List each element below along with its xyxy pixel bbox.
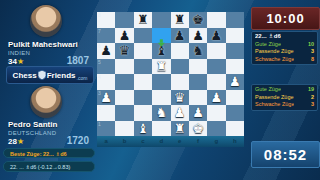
top-player-rating: 1807 [67,55,89,66]
piece-black-pawn-f7[interactable]: ♟ [189,28,207,44]
square-e5[interactable] [171,59,189,75]
bottom-player-stars: 28★ [8,137,24,146]
piece-black-king-f8[interactable]: ♚ [189,12,207,28]
stat-row-gute-z-ge: Gute Züge19 [252,86,317,94]
stat-row-passende-z-ge: Passende Züge3 [252,48,317,56]
bottom-player-rating: 1720 [67,135,89,146]
top-player-country: INDIEN [8,50,30,56]
square-g5[interactable] [207,59,225,75]
star-icon: ★ [17,137,24,146]
square-a5[interactable]: 5 [97,59,115,75]
stat-row-passende-z-ge: Passende Züge2 [252,94,317,102]
stream-screen: Pulkit Maheshwari INDIEN 34★ 1807 Chess … [0,0,320,180]
square-d7[interactable] [152,28,170,44]
rank-label-3: 3 [98,90,101,96]
piece-black-rook-c8[interactable]: ♜ [134,12,152,28]
square-f1[interactable]: ♚ [189,121,207,137]
file-label-h: h [226,136,244,147]
chess-board[interactable]: 8♜♜♚7♟♟♟♟6♟♛♝♞5♜4♟3♟♛♟2♞♟♟1♝♜♚ [97,12,244,136]
square-h4[interactable]: ♟ [226,74,244,90]
square-c7[interactable] [134,28,152,44]
square-b7[interactable]: ♟ [115,28,133,44]
square-g1[interactable] [207,121,225,137]
square-h7[interactable] [226,28,244,44]
stat-value: 8 [311,56,314,64]
stat-value: 3 [311,48,314,56]
square-b8[interactable] [115,12,133,28]
square-h2[interactable] [226,105,244,121]
square-f5[interactable] [189,59,207,75]
rank-label-5: 5 [98,59,101,65]
piece-white-pawn-g3[interactable]: ♟ [207,90,225,106]
square-d8[interactable] [152,12,170,28]
square-d6[interactable]: ♝ [152,43,170,59]
piece-white-bishop-c1[interactable]: ♝ [134,121,152,137]
rank-label-8: 8 [98,12,101,18]
avatar-bottom-player [30,86,62,118]
rank-label-2: 2 [98,105,101,111]
file-label-a: a [97,136,115,147]
stat-label: Schwache Züge [255,56,294,64]
stat-value: 10 [308,41,314,49]
square-g4[interactable] [207,74,225,90]
file-label-g: g [207,136,225,147]
square-h1[interactable] [226,121,244,137]
file-label-e: e [171,136,189,147]
rank-label-6: 6 [98,43,101,49]
bottom-player-country: DEUTSCHLAND [8,130,56,136]
square-b3[interactable] [115,90,133,106]
square-a2[interactable]: 2 [97,105,115,121]
square-c8[interactable]: ♜ [134,12,152,28]
piece-black-pawn-b7[interactable]: ♟ [115,28,133,44]
piece-white-pawn-f2[interactable]: ♟ [189,105,207,121]
square-e8[interactable]: ♜ [171,12,189,28]
square-a3[interactable]: 3♟ [97,90,115,106]
file-label-f: f [189,136,207,147]
square-g2[interactable] [207,105,225,121]
square-h6[interactable] [226,43,244,59]
avatar-top-player [30,5,62,37]
square-c5[interactable] [134,59,152,75]
played-move-eval-bar: 22. ... ♗d6 (-0.12→0.83) [3,161,95,172]
stat-value: 2 [311,94,314,102]
stat-label: Passende Züge [255,94,294,102]
rank-label-4: 4 [98,74,101,80]
bottom-player-clock: 08:52 [251,141,320,168]
square-c6[interactable] [134,43,152,59]
square-f2[interactable]: ♟ [189,105,207,121]
stat-label: Schwache Züge [255,101,294,109]
stat-row-schwache-z-ge: Schwache Züge3 [252,101,317,109]
piece-white-rook-e1[interactable]: ♜ [171,121,189,137]
shield-icon [38,70,46,80]
square-e3[interactable]: ♛ [171,90,189,106]
square-f6[interactable]: ♞ [189,43,207,59]
piece-white-pawn-e2[interactable]: ♟ [171,105,189,121]
bottom-move-quality-panel: Gute Züge19Passende Züge2Schwache Züge3 [251,84,318,111]
square-b6[interactable]: ♛ [115,43,133,59]
players-sidebar: Pulkit Maheshwari INDIEN 34★ 1807 Chess … [0,0,97,180]
top-player-name: Pulkit Maheshwari [8,40,94,49]
square-c4[interactable] [134,74,152,90]
square-d4[interactable] [152,74,170,90]
stat-label: Gute Züge [255,86,281,94]
square-e7[interactable]: ♟ [171,28,189,44]
square-e4[interactable] [171,74,189,90]
panel-header-label: 22... ♗d6 [255,33,281,41]
square-a6[interactable]: 6♟ [97,43,115,59]
square-a7[interactable]: 7 [97,28,115,44]
square-f4[interactable] [189,74,207,90]
square-f8[interactable]: ♚ [189,12,207,28]
square-a1[interactable]: 1 [97,121,115,137]
square-h8[interactable] [226,12,244,28]
piece-white-knight-d2[interactable]: ♞ [152,105,170,121]
square-d2[interactable]: ♞ [152,105,170,121]
square-b1[interactable] [115,121,133,137]
stat-value: 3 [311,101,314,109]
square-c2[interactable] [134,105,152,121]
square-b5[interactable] [115,59,133,75]
star-icon: ★ [17,57,24,66]
square-h5[interactable] [226,59,244,75]
square-b2[interactable] [115,105,133,121]
square-d1[interactable] [152,121,170,137]
piece-black-pawn-g7[interactable]: ♟ [207,28,225,44]
square-g7[interactable]: ♟ [207,28,225,44]
square-g6[interactable] [207,43,225,59]
file-label-b: b [115,136,133,147]
piece-black-queen-b6[interactable]: ♛ [115,43,133,59]
top-move-quality-panel: 22... ♗d6Gute Züge10Passende Züge3Schwac… [251,31,318,65]
square-f3[interactable] [189,90,207,106]
piece-black-pawn-e7[interactable]: ♟ [171,28,189,44]
square-a4[interactable]: 4 [97,74,115,90]
piece-black-bishop-d6[interactable]: ♝ [152,43,170,59]
top-player-stars: 34★ [8,57,24,66]
square-b4[interactable] [115,74,133,90]
stat-value: 19 [308,86,314,94]
square-d3[interactable] [152,90,170,106]
square-e6[interactable] [171,43,189,59]
square-g8[interactable] [207,12,225,28]
square-e2[interactable]: ♟ [171,105,189,121]
file-label-d: d [152,136,170,147]
best-moves-bar: Beste Züge: 22... ♗d6 [3,148,95,158]
square-e1[interactable]: ♜ [171,121,189,137]
stat-row-schwache-z-ge: Schwache Züge8 [252,56,317,64]
square-c3[interactable] [134,90,152,106]
piece-white-king-f1[interactable]: ♚ [189,121,207,137]
chessfriends-logo[interactable]: Chess Friends .com [6,66,94,84]
stat-label: Passende Züge [255,48,294,56]
rank-label-7: 7 [98,28,101,34]
logo-suffix: .com [77,75,88,81]
stat-row-gute-z-ge: Gute Züge10 [252,41,317,49]
square-a8[interactable]: 8 [97,12,115,28]
square-c1[interactable]: ♝ [134,121,152,137]
panel-header-move: 22... ♗d6 [252,33,317,41]
piece-black-knight-f6[interactable]: ♞ [189,43,207,59]
stat-label: Gute Züge [255,41,281,49]
square-d5[interactable]: ♜ [152,59,170,75]
piece-white-queen-e3[interactable]: ♛ [171,90,189,106]
piece-white-pawn-h4[interactable]: ♟ [226,74,244,90]
file-label-c: c [134,136,152,147]
logo-text-right: Friends [47,71,76,80]
piece-black-rook-e8[interactable]: ♜ [171,12,189,28]
logo-text-left: Chess [13,71,37,80]
square-g3[interactable]: ♟ [207,90,225,106]
file-coordinates: abcdefgh [97,136,244,147]
clocks-and-stats: 10:00 22... ♗d6Gute Züge10Passende Züge3… [251,0,319,180]
square-h3[interactable] [226,90,244,106]
rank-label-1: 1 [98,121,101,127]
top-player-clock: 10:00 [251,7,320,30]
piece-white-rook-d5[interactable]: ♜ [152,59,170,75]
bottom-player-name: Pedro Santin [8,120,94,129]
square-f7[interactable]: ♟ [189,28,207,44]
